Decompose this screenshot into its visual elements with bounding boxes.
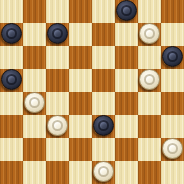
square-f4[interactable] [115,92,138,115]
square-a2[interactable] [0,138,23,161]
square-e1[interactable] [92,161,115,184]
square-b3[interactable] [23,115,46,138]
square-h1[interactable] [161,161,184,184]
square-g2[interactable] [138,138,161,161]
square-g6[interactable] [138,46,161,69]
square-h5[interactable] [161,69,184,92]
square-b2[interactable] [23,138,46,161]
square-d2[interactable] [69,138,92,161]
square-f7[interactable] [115,23,138,46]
square-g1[interactable] [138,161,161,184]
square-h3[interactable] [161,115,184,138]
square-d6[interactable] [69,46,92,69]
square-a3[interactable] [0,115,23,138]
square-c3[interactable] [46,115,69,138]
square-c7[interactable] [46,23,69,46]
square-g5[interactable] [138,69,161,92]
square-c8[interactable] [46,0,69,23]
white-piece-h2[interactable] [162,138,183,159]
square-d8[interactable] [69,0,92,23]
square-g8[interactable] [138,0,161,23]
square-b7[interactable] [23,23,46,46]
square-b8[interactable] [23,0,46,23]
square-f5[interactable] [115,69,138,92]
square-d4[interactable] [69,92,92,115]
square-b4[interactable] [23,92,46,115]
square-e3[interactable] [92,115,115,138]
square-h2[interactable] [161,138,184,161]
square-f1[interactable] [115,161,138,184]
square-h8[interactable] [161,0,184,23]
square-e2[interactable] [92,138,115,161]
square-e6[interactable] [92,46,115,69]
white-piece-b4[interactable] [24,92,45,113]
black-piece-e3[interactable] [93,115,114,136]
square-g7[interactable] [138,23,161,46]
square-c2[interactable] [46,138,69,161]
square-g4[interactable] [138,92,161,115]
square-b1[interactable] [23,161,46,184]
white-piece-e1[interactable] [93,161,114,182]
square-d5[interactable] [69,69,92,92]
square-a4[interactable] [0,92,23,115]
square-a5[interactable] [0,69,23,92]
square-e7[interactable] [92,23,115,46]
square-f8[interactable] [115,0,138,23]
square-h4[interactable] [161,92,184,115]
square-c5[interactable] [46,69,69,92]
square-a1[interactable] [0,161,23,184]
black-piece-h6[interactable] [162,46,183,67]
white-piece-g5[interactable] [139,69,160,90]
square-e8[interactable] [92,0,115,23]
square-e4[interactable] [92,92,115,115]
black-piece-a7[interactable] [1,23,22,44]
square-h7[interactable] [161,23,184,46]
square-d3[interactable] [69,115,92,138]
square-b5[interactable] [23,69,46,92]
square-c1[interactable] [46,161,69,184]
square-b6[interactable] [23,46,46,69]
square-a7[interactable] [0,23,23,46]
square-f3[interactable] [115,115,138,138]
square-e5[interactable] [92,69,115,92]
black-piece-a5[interactable] [1,69,22,90]
square-d1[interactable] [69,161,92,184]
square-a6[interactable] [0,46,23,69]
square-f2[interactable] [115,138,138,161]
square-c6[interactable] [46,46,69,69]
white-piece-c3[interactable] [47,115,68,136]
square-g3[interactable] [138,115,161,138]
square-a8[interactable] [0,0,23,23]
square-h6[interactable] [161,46,184,69]
white-piece-g7[interactable] [139,23,160,44]
checkers-board [0,0,184,184]
square-d7[interactable] [69,23,92,46]
black-piece-f8[interactable] [116,0,137,21]
black-piece-c7[interactable] [47,23,68,44]
square-c4[interactable] [46,92,69,115]
square-f6[interactable] [115,46,138,69]
